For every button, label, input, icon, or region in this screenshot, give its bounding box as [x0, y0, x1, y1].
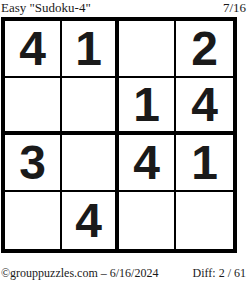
cell-r2c3: 1	[119, 78, 176, 135]
cell-r4c3[interactable]	[119, 192, 176, 249]
cell-r2c1[interactable]	[5, 78, 62, 135]
sudoku-board: 4 1 2 1 4 3 4 1 4	[1, 17, 237, 253]
cell-r3c1: 3	[5, 135, 62, 192]
cell-r3c4: 1	[176, 135, 233, 192]
cell-r2c2[interactable]	[62, 78, 119, 135]
cell-r1c4: 2	[176, 21, 233, 78]
cell-r3c3: 4	[119, 135, 176, 192]
page-footer: ©grouppuzzles.com – 6/16/2024 Diff: 2 / …	[1, 265, 246, 280]
cell-r1c3[interactable]	[119, 21, 176, 78]
cell-r4c4[interactable]	[176, 192, 233, 249]
puzzle-title: Easy "Sudoku-4"	[1, 0, 91, 15]
cell-r4c1[interactable]	[5, 192, 62, 249]
cell-r1c1: 4	[5, 21, 62, 78]
page-number: 7/16	[223, 0, 246, 15]
cell-r1c2: 1	[62, 21, 119, 78]
page-header: Easy "Sudoku-4" 7/16	[1, 0, 246, 16]
copyright-text: ©grouppuzzles.com – 6/16/2024	[1, 266, 158, 280]
difficulty-text: Diff: 2 / 61	[193, 266, 246, 280]
cell-r4c2: 4	[62, 192, 119, 249]
cell-r3c2[interactable]	[62, 135, 119, 192]
cell-r2c4: 4	[176, 78, 233, 135]
puzzle-page: Easy "Sudoku-4" 7/16 4 1 2 1 4 3 4 1 4 ©…	[0, 0, 247, 282]
